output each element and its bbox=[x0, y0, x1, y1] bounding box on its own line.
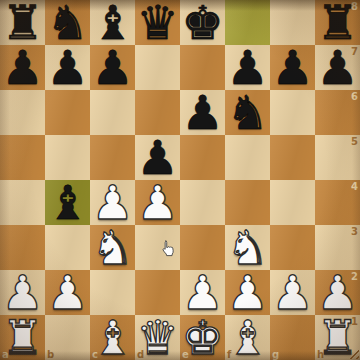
file-label-c: c bbox=[92, 349, 98, 360]
black-bishop-b4[interactable]: ♝ bbox=[45, 180, 90, 225]
square-b4[interactable]: ♝ bbox=[45, 180, 90, 225]
white-knight-c3[interactable]: ♞ bbox=[90, 225, 135, 270]
square-f7[interactable]: ♟ bbox=[225, 45, 270, 90]
square-h4[interactable]: 4 bbox=[315, 180, 360, 225]
square-e7[interactable] bbox=[180, 45, 225, 90]
square-a8[interactable]: ♜ bbox=[0, 0, 45, 45]
rank-label-8: 8 bbox=[351, 1, 358, 12]
square-h3[interactable]: 3 bbox=[315, 225, 360, 270]
black-pawn-f7[interactable]: ♟ bbox=[225, 45, 270, 90]
black-pawn-c7[interactable]: ♟ bbox=[90, 45, 135, 90]
square-d6[interactable] bbox=[135, 90, 180, 135]
square-b3[interactable] bbox=[45, 225, 90, 270]
square-d1[interactable]: ♛d bbox=[135, 315, 180, 360]
square-b5[interactable] bbox=[45, 135, 90, 180]
square-c3[interactable]: ♞ bbox=[90, 225, 135, 270]
square-e8[interactable]: ♚ bbox=[180, 0, 225, 45]
square-b6[interactable] bbox=[45, 90, 90, 135]
rank-label-2: 2 bbox=[351, 271, 358, 282]
black-pawn-e6[interactable]: ♟ bbox=[180, 90, 225, 135]
file-label-d: d bbox=[137, 349, 144, 360]
chess-board[interactable]: ♜♞♝♛♚♜8♟♟♟♟♟♟7♟♞6♟5♝♟♟4♞♞3♟♟♟♟♟♟2♜ab♝c♛d… bbox=[0, 0, 360, 360]
square-f6[interactable]: ♞ bbox=[225, 90, 270, 135]
square-e1[interactable]: ♚e bbox=[180, 315, 225, 360]
square-g3[interactable] bbox=[270, 225, 315, 270]
square-d4[interactable]: ♟ bbox=[135, 180, 180, 225]
black-knight-b8[interactable]: ♞ bbox=[45, 0, 90, 45]
square-a5[interactable] bbox=[0, 135, 45, 180]
file-label-b: b bbox=[47, 349, 54, 360]
white-pawn-d4[interactable]: ♟ bbox=[135, 180, 180, 225]
file-label-f: f bbox=[227, 349, 231, 360]
square-c6[interactable] bbox=[90, 90, 135, 135]
square-e6[interactable]: ♟ bbox=[180, 90, 225, 135]
chess-app-frame: ♜♞♝♛♚♜8♟♟♟♟♟♟7♟♞6♟5♝♟♟4♞♞3♟♟♟♟♟♟2♜ab♝c♛d… bbox=[0, 0, 360, 360]
square-h2[interactable]: ♟2 bbox=[315, 270, 360, 315]
square-b7[interactable]: ♟ bbox=[45, 45, 90, 90]
rank-label-3: 3 bbox=[351, 226, 358, 237]
square-e4[interactable] bbox=[180, 180, 225, 225]
square-c2[interactable] bbox=[90, 270, 135, 315]
square-g1[interactable]: g bbox=[270, 315, 315, 360]
square-f4[interactable] bbox=[225, 180, 270, 225]
rank-label-4: 4 bbox=[351, 181, 358, 192]
square-b8[interactable]: ♞ bbox=[45, 0, 90, 45]
square-a7[interactable]: ♟ bbox=[0, 45, 45, 90]
square-f2[interactable]: ♟ bbox=[225, 270, 270, 315]
square-c7[interactable]: ♟ bbox=[90, 45, 135, 90]
square-a6[interactable] bbox=[0, 90, 45, 135]
square-g7[interactable]: ♟ bbox=[270, 45, 315, 90]
black-queen-d8[interactable]: ♛ bbox=[135, 0, 180, 45]
square-a3[interactable] bbox=[0, 225, 45, 270]
white-pawn-b2[interactable]: ♟ bbox=[45, 270, 90, 315]
square-d2[interactable] bbox=[135, 270, 180, 315]
black-bishop-c8[interactable]: ♝ bbox=[90, 0, 135, 45]
file-label-e: e bbox=[182, 349, 189, 360]
square-f3[interactable]: ♞ bbox=[225, 225, 270, 270]
rank-label-1: 1 bbox=[351, 316, 358, 327]
square-h7[interactable]: ♟7 bbox=[315, 45, 360, 90]
square-c1[interactable]: ♝c bbox=[90, 315, 135, 360]
white-pawn-g2[interactable]: ♟ bbox=[270, 270, 315, 315]
square-h6[interactable]: 6 bbox=[315, 90, 360, 135]
white-pawn-e2[interactable]: ♟ bbox=[180, 270, 225, 315]
file-label-g: g bbox=[272, 349, 279, 360]
square-e2[interactable]: ♟ bbox=[180, 270, 225, 315]
white-pawn-a2[interactable]: ♟ bbox=[0, 270, 45, 315]
black-pawn-d5[interactable]: ♟ bbox=[135, 135, 180, 180]
black-knight-f6[interactable]: ♞ bbox=[225, 90, 270, 135]
black-rook-a8[interactable]: ♜ bbox=[0, 0, 45, 45]
white-bishop-f1[interactable]: ♝ bbox=[225, 315, 270, 360]
rank-label-7: 7 bbox=[351, 46, 358, 57]
square-h5[interactable]: 5 bbox=[315, 135, 360, 180]
white-pawn-f2[interactable]: ♟ bbox=[225, 270, 270, 315]
square-f5[interactable] bbox=[225, 135, 270, 180]
square-e5[interactable] bbox=[180, 135, 225, 180]
black-pawn-b7[interactable]: ♟ bbox=[45, 45, 90, 90]
square-c4[interactable]: ♟ bbox=[90, 180, 135, 225]
square-g6[interactable] bbox=[270, 90, 315, 135]
white-pawn-c4[interactable]: ♟ bbox=[90, 180, 135, 225]
square-c8[interactable]: ♝ bbox=[90, 0, 135, 45]
square-a4[interactable] bbox=[0, 180, 45, 225]
white-knight-f3[interactable]: ♞ bbox=[225, 225, 270, 270]
square-a1[interactable]: ♜a bbox=[0, 315, 45, 360]
black-king-e8[interactable]: ♚ bbox=[180, 0, 225, 45]
rank-label-6: 6 bbox=[351, 91, 358, 102]
square-b2[interactable]: ♟ bbox=[45, 270, 90, 315]
square-f8[interactable] bbox=[225, 0, 270, 45]
file-label-a: a bbox=[2, 349, 9, 360]
rank-label-5: 5 bbox=[351, 136, 358, 147]
square-d3[interactable] bbox=[135, 225, 180, 270]
square-g5[interactable] bbox=[270, 135, 315, 180]
square-e3[interactable] bbox=[180, 225, 225, 270]
square-d5[interactable]: ♟ bbox=[135, 135, 180, 180]
square-d7[interactable] bbox=[135, 45, 180, 90]
file-label-h: h bbox=[317, 349, 324, 360]
square-b1[interactable]: b bbox=[45, 315, 90, 360]
black-pawn-a7[interactable]: ♟ bbox=[0, 45, 45, 90]
black-pawn-g7[interactable]: ♟ bbox=[270, 45, 315, 90]
square-d8[interactable]: ♛ bbox=[135, 0, 180, 45]
square-c5[interactable] bbox=[90, 135, 135, 180]
square-h8[interactable]: ♜8 bbox=[315, 0, 360, 45]
square-f1[interactable]: ♝f bbox=[225, 315, 270, 360]
square-g2[interactable]: ♟ bbox=[270, 270, 315, 315]
square-g8[interactable] bbox=[270, 0, 315, 45]
square-g4[interactable] bbox=[270, 180, 315, 225]
square-a2[interactable]: ♟ bbox=[0, 270, 45, 315]
